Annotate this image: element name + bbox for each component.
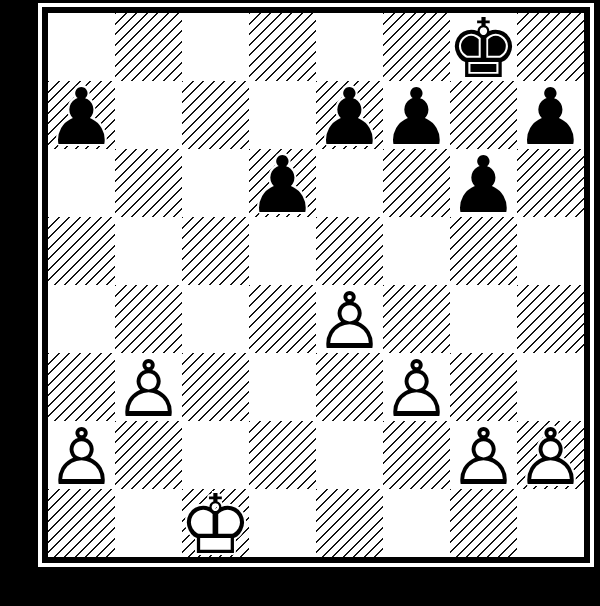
square-a5 <box>48 217 115 285</box>
square-g8: ♚ <box>450 13 517 81</box>
white-pawn-g2: ♟♙ <box>450 421 517 489</box>
square-e3 <box>316 353 383 421</box>
square-c6 <box>182 149 249 217</box>
square-h7: ♟ <box>517 81 584 149</box>
black-piece-glyph: ♟ <box>315 78 385 156</box>
black-piece-glyph: ♟ <box>47 78 117 156</box>
square-a1 <box>48 489 115 557</box>
black-piece-glyph: ♟ <box>449 146 519 224</box>
black-piece-glyph: ♟ <box>248 146 318 224</box>
square-h4 <box>517 285 584 353</box>
square-e7: ♟ <box>316 81 383 149</box>
square-b2 <box>115 421 182 489</box>
square-d3 <box>249 353 316 421</box>
black-pawn-d6: ♟ <box>249 149 316 217</box>
square-c7 <box>182 81 249 149</box>
square-b6 <box>115 149 182 217</box>
chess-board-border: ♚♟♟♟♟♟♟♟♙♟♙♟♙♟♙♟♙♟♙♚♔ <box>42 7 590 563</box>
square-g6: ♟ <box>450 149 517 217</box>
black-piece-glyph: ♚ <box>447 8 521 90</box>
square-b5 <box>115 217 182 285</box>
square-c4 <box>182 285 249 353</box>
square-e6 <box>316 149 383 217</box>
square-c8 <box>182 13 249 81</box>
square-e1 <box>316 489 383 557</box>
chess-board-frame: ♚♟♟♟♟♟♟♟♙♟♙♟♙♟♙♟♙♟♙♚♔ <box>38 3 594 567</box>
square-f3: ♟♙ <box>383 353 450 421</box>
white-piece-outline: ♔ <box>179 484 253 566</box>
black-piece-glyph: ♟ <box>516 78 586 156</box>
square-b3: ♟♙ <box>115 353 182 421</box>
white-piece-outline: ♙ <box>114 350 184 428</box>
white-piece-outline: ♙ <box>315 282 385 360</box>
square-h6 <box>517 149 584 217</box>
black-piece-glyph: ♟ <box>382 78 452 156</box>
square-b7 <box>115 81 182 149</box>
square-f1 <box>383 489 450 557</box>
white-king-c1: ♚♔ <box>182 489 249 557</box>
square-g2: ♟♙ <box>450 421 517 489</box>
square-a2: ♟♙ <box>48 421 115 489</box>
square-c3 <box>182 353 249 421</box>
square-f2 <box>383 421 450 489</box>
square-b8 <box>115 13 182 81</box>
white-pawn-e4: ♟♙ <box>316 285 383 353</box>
square-c5 <box>182 217 249 285</box>
square-g4 <box>450 285 517 353</box>
square-h1 <box>517 489 584 557</box>
square-d8 <box>249 13 316 81</box>
square-f6 <box>383 149 450 217</box>
white-pawn-h2: ♟♙ <box>517 421 584 489</box>
black-pawn-g6: ♟ <box>450 149 517 217</box>
square-a4 <box>48 285 115 353</box>
white-piece-outline: ♙ <box>47 418 117 496</box>
black-pawn-h7: ♟ <box>517 81 584 149</box>
chess-board: ♚♟♟♟♟♟♟♟♙♟♙♟♙♟♙♟♙♟♙♚♔ <box>48 13 584 557</box>
white-piece-outline: ♙ <box>449 418 519 496</box>
square-h2: ♟♙ <box>517 421 584 489</box>
square-e4: ♟♙ <box>316 285 383 353</box>
square-f5 <box>383 217 450 285</box>
square-g1 <box>450 489 517 557</box>
black-king-g8: ♚ <box>450 13 517 81</box>
square-a6 <box>48 149 115 217</box>
square-h5 <box>517 217 584 285</box>
square-d5 <box>249 217 316 285</box>
white-pawn-f3: ♟♙ <box>383 353 450 421</box>
square-b1 <box>115 489 182 557</box>
square-g5 <box>450 217 517 285</box>
square-f7: ♟ <box>383 81 450 149</box>
black-pawn-e7: ♟ <box>316 81 383 149</box>
black-pawn-f7: ♟ <box>383 81 450 149</box>
white-piece-outline: ♙ <box>516 418 586 496</box>
white-pawn-b3: ♟♙ <box>115 353 182 421</box>
square-d4 <box>249 285 316 353</box>
black-pawn-a7: ♟ <box>48 81 115 149</box>
square-d2 <box>249 421 316 489</box>
page-background: ♚♟♟♟♟♟♟♟♙♟♙♟♙♟♙♟♙♟♙♚♔ <box>0 0 600 606</box>
white-pawn-a2: ♟♙ <box>48 421 115 489</box>
square-e2 <box>316 421 383 489</box>
square-d6: ♟ <box>249 149 316 217</box>
square-a7: ♟ <box>48 81 115 149</box>
square-c1: ♚♔ <box>182 489 249 557</box>
white-piece-outline: ♙ <box>382 350 452 428</box>
square-d1 <box>249 489 316 557</box>
